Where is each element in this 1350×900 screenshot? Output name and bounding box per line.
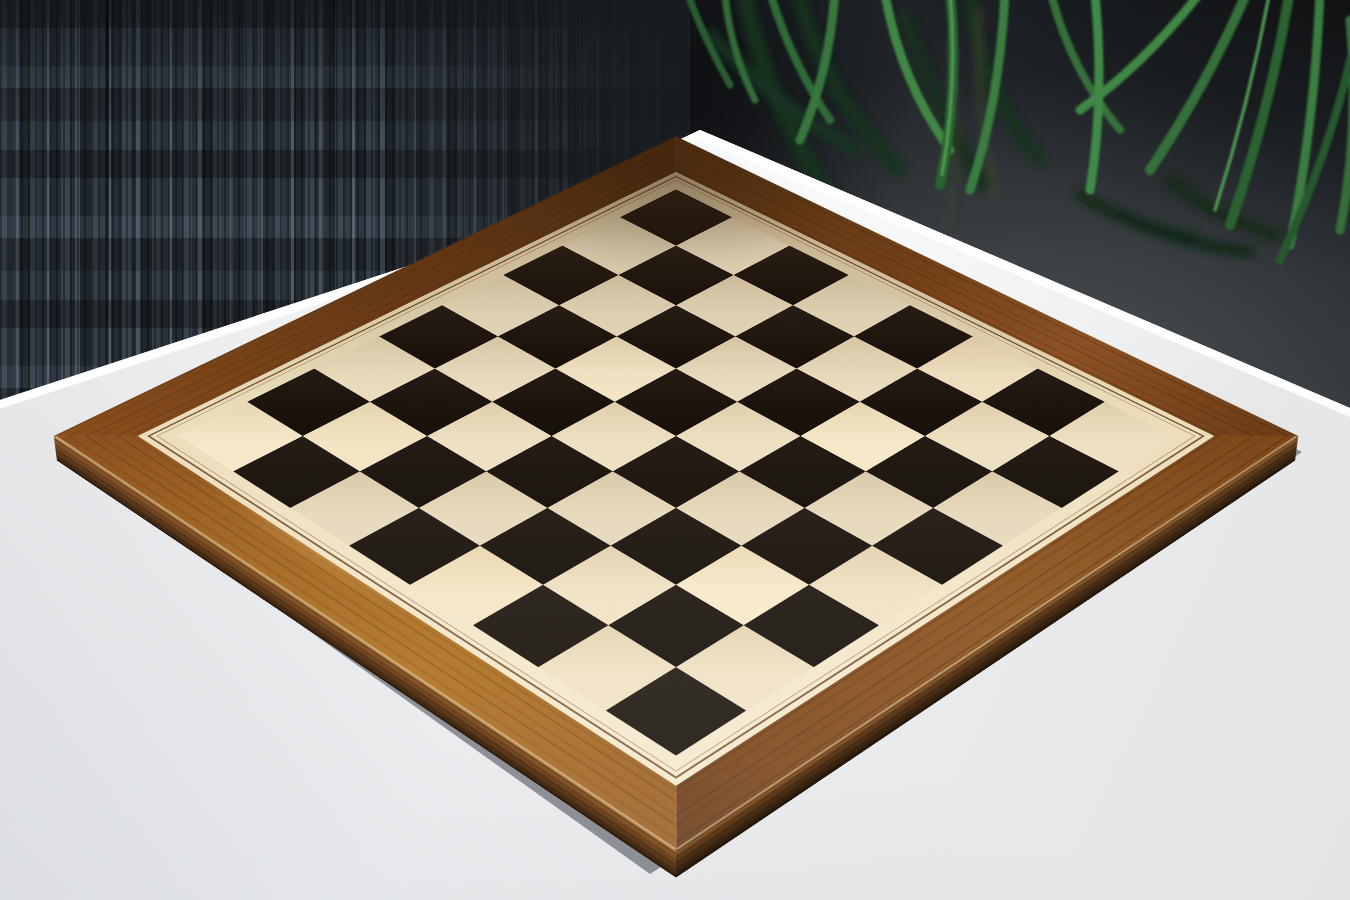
square-h1[interactable] (606, 667, 746, 755)
square-f4[interactable] (676, 471, 805, 545)
square-h6[interactable] (933, 471, 1062, 545)
square-e1[interactable] (410, 546, 543, 626)
square-e3[interactable] (547, 471, 676, 545)
square-f2[interactable] (543, 546, 676, 626)
square-h4[interactable] (809, 546, 942, 626)
square-f5[interactable] (739, 436, 865, 508)
square-f1[interactable] (473, 585, 608, 667)
square-h5[interactable] (872, 508, 1003, 585)
palm-leaf (885, 0, 950, 150)
square-g5[interactable] (805, 471, 934, 545)
square-f3[interactable] (611, 508, 742, 585)
square-g2[interactable] (608, 585, 743, 667)
square-c1[interactable] (290, 471, 419, 545)
square-e2[interactable] (480, 508, 611, 585)
square-g1[interactable] (538, 625, 676, 710)
square-d2[interactable] (419, 471, 548, 545)
square-d3[interactable] (486, 436, 612, 508)
wall-panel-seam (332, 0, 335, 300)
square-h2[interactable] (676, 625, 814, 710)
wall-panel-seam (106, 0, 109, 412)
square-h7[interactable] (992, 436, 1118, 508)
square-g4[interactable] (741, 508, 872, 585)
square-c2[interactable] (360, 436, 486, 508)
square-g6[interactable] (866, 436, 992, 508)
palm-leaf (1340, 20, 1350, 230)
square-h3[interactable] (744, 585, 879, 667)
square-d1[interactable] (349, 508, 480, 585)
square-b1[interactable] (233, 436, 359, 508)
scene (0, 0, 1350, 900)
square-e4[interactable] (613, 436, 739, 508)
square-g3[interactable] (676, 546, 809, 626)
